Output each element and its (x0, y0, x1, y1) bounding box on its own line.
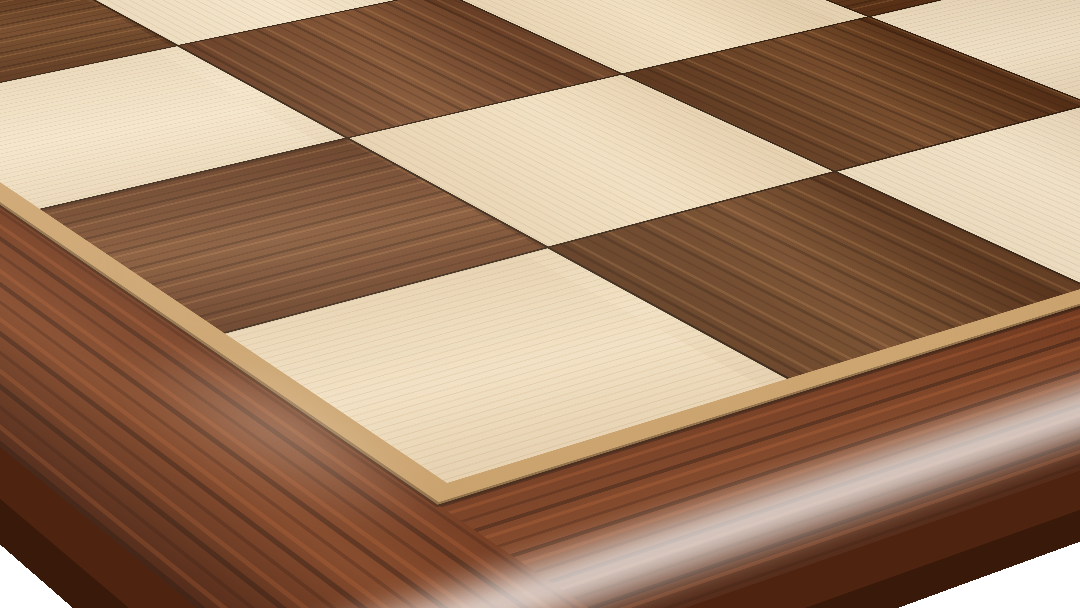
chessboard (0, 0, 1080, 608)
board-scene (0, 0, 1080, 608)
board-frame (0, 0, 1080, 608)
photo-backdrop (0, 0, 1080, 608)
